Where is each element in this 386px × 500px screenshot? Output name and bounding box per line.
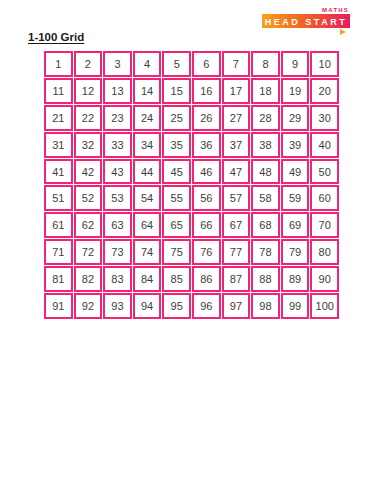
grid-cell: 6 [192, 51, 221, 77]
grid-cell: 55 [162, 185, 191, 211]
grid-cell: 64 [133, 212, 162, 238]
grid-cell: 47 [222, 159, 251, 185]
grid-cell: 77 [222, 239, 251, 265]
grid-cell: 82 [74, 266, 103, 292]
grid-cell: 56 [192, 185, 221, 211]
grid-cell: 2 [74, 51, 103, 77]
grid-cell: 84 [133, 266, 162, 292]
grid-cell: 40 [310, 132, 339, 158]
grid-cell: 60 [310, 185, 339, 211]
grid-cell: 57 [222, 185, 251, 211]
grid-cell: 58 [251, 185, 280, 211]
grid-cell: 94 [133, 293, 162, 319]
grid-cell: 29 [281, 105, 310, 131]
grid-cell: 61 [44, 212, 73, 238]
grid-cell: 10 [310, 51, 339, 77]
grid-cell: 43 [103, 159, 132, 185]
grid-cell: 20 [310, 78, 339, 104]
grid-cell: 71 [44, 239, 73, 265]
grid-cell: 76 [192, 239, 221, 265]
grid-cell: 21 [44, 105, 73, 131]
grid-cell: 88 [251, 266, 280, 292]
grid-cell: 26 [192, 105, 221, 131]
grid-cell: 86 [192, 266, 221, 292]
grid-cell: 11 [44, 78, 73, 104]
grid-cell: 14 [133, 78, 162, 104]
grid-cell: 37 [222, 132, 251, 158]
grid-cell: 78 [251, 239, 280, 265]
grid-cell: 41 [44, 159, 73, 185]
grid-cell: 30 [310, 105, 339, 131]
grid-cell: 1 [44, 51, 73, 77]
grid-cell: 98 [251, 293, 280, 319]
grid-cell: 46 [192, 159, 221, 185]
grid-cell: 4 [133, 51, 162, 77]
grid-cell: 73 [103, 239, 132, 265]
grid-cell: 3 [103, 51, 132, 77]
worksheet-page: MATHS HEAD START 1-100 Grid 123456789101… [0, 0, 386, 500]
grid-cell: 25 [162, 105, 191, 131]
grid-cell: 9 [281, 51, 310, 77]
grid-cell: 67 [222, 212, 251, 238]
grid-cell: 44 [133, 159, 162, 185]
grid-cell: 91 [44, 293, 73, 319]
grid-cell: 70 [310, 212, 339, 238]
grid-cell: 90 [310, 266, 339, 292]
grid-cell: 35 [162, 132, 191, 158]
grid-cell: 19 [281, 78, 310, 104]
grid-cell: 74 [133, 239, 162, 265]
grid-cell: 89 [281, 266, 310, 292]
grid-cell: 17 [222, 78, 251, 104]
grid-cell: 34 [133, 132, 162, 158]
grid-cell: 63 [103, 212, 132, 238]
grid-cell: 38 [251, 132, 280, 158]
grid-cell: 45 [162, 159, 191, 185]
grid-cell: 72 [74, 239, 103, 265]
grid-cell: 66 [192, 212, 221, 238]
grid-cell: 59 [281, 185, 310, 211]
grid-cell: 49 [281, 159, 310, 185]
grid-cell: 23 [103, 105, 132, 131]
grid-cell: 16 [192, 78, 221, 104]
grid-cell: 15 [162, 78, 191, 104]
grid-cell: 13 [103, 78, 132, 104]
grid-cell: 92 [74, 293, 103, 319]
number-grid: 1234567891011121314151617181920212223242… [44, 51, 339, 319]
grid-cell: 33 [103, 132, 132, 158]
grid-cell: 75 [162, 239, 191, 265]
grid-cell: 24 [133, 105, 162, 131]
grid-cell: 32 [74, 132, 103, 158]
grid-cell: 80 [310, 239, 339, 265]
grid-cell: 54 [133, 185, 162, 211]
grid-cell: 85 [162, 266, 191, 292]
grid-cell: 100 [310, 293, 339, 319]
grid-cell: 95 [162, 293, 191, 319]
grid-cell: 62 [74, 212, 103, 238]
logo-headstart-label: HEAD START [265, 17, 347, 27]
grid-cell: 50 [310, 159, 339, 185]
grid-cell: 53 [103, 185, 132, 211]
grid-cell: 51 [44, 185, 73, 211]
grid-cell: 65 [162, 212, 191, 238]
grid-cell: 81 [44, 266, 73, 292]
grid-cell: 18 [251, 78, 280, 104]
grid-cell: 5 [162, 51, 191, 77]
grid-cell: 31 [44, 132, 73, 158]
grid-cell: 28 [251, 105, 280, 131]
grid-cell: 42 [74, 159, 103, 185]
grid-cell: 22 [74, 105, 103, 131]
grid-cell: 93 [103, 293, 132, 319]
grid-cell: 68 [251, 212, 280, 238]
grid-cell: 97 [222, 293, 251, 319]
page-title: 1-100 Grid [28, 31, 84, 43]
grid-cell: 48 [251, 159, 280, 185]
grid-cell: 96 [192, 293, 221, 319]
grid-cell: 12 [74, 78, 103, 104]
grid-cell: 83 [103, 266, 132, 292]
grid-cell: 69 [281, 212, 310, 238]
grid-cell: 39 [281, 132, 310, 158]
grid-cell: 7 [222, 51, 251, 77]
grid-cell: 36 [192, 132, 221, 158]
logo-maths-label: MATHS [262, 7, 350, 13]
grid-cell: 79 [281, 239, 310, 265]
right-arrow-icon [340, 29, 346, 35]
grid-cell: 27 [222, 105, 251, 131]
grid-cell: 99 [281, 293, 310, 319]
headstart-logo: MATHS HEAD START [262, 7, 350, 28]
grid-cell: 8 [251, 51, 280, 77]
logo-bar: HEAD START [262, 14, 350, 28]
grid-cell: 52 [74, 185, 103, 211]
grid-cell: 87 [222, 266, 251, 292]
